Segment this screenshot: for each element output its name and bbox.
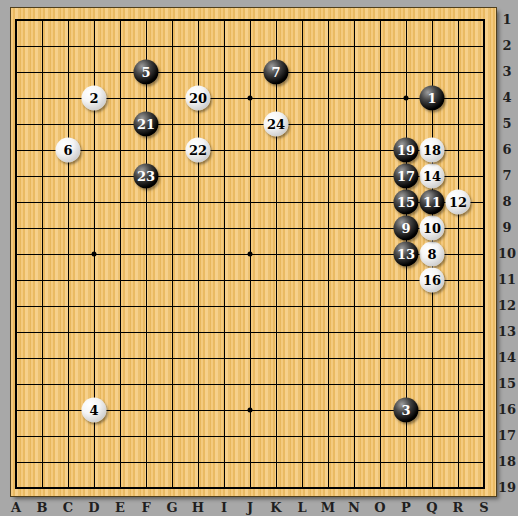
stone-white-8-q10: 8 <box>420 242 445 267</box>
stone-white-22-h6: 22 <box>186 138 211 163</box>
row-label-14: 14 <box>497 351 517 365</box>
col-label-r: R <box>448 501 468 515</box>
star-point-j10 <box>248 252 253 257</box>
col-label-n: N <box>344 501 364 515</box>
stone-black-3-p16: 3 <box>394 398 419 423</box>
row-label-7: 7 <box>497 169 517 183</box>
col-label-b: B <box>32 501 52 515</box>
row-label-13: 13 <box>497 325 517 339</box>
stone-white-14-q7: 14 <box>420 164 445 189</box>
stone-black-19-p6: 19 <box>394 138 419 163</box>
row-label-18: 18 <box>497 455 517 469</box>
col-label-m: M <box>318 501 338 515</box>
stone-white-12-r8: 12 <box>446 190 471 215</box>
col-label-i: I <box>214 501 234 515</box>
star-point-d10 <box>92 252 97 257</box>
col-label-s: S <box>474 501 494 515</box>
row-label-17: 17 <box>497 429 517 443</box>
stone-white-24-k5: 24 <box>264 112 289 137</box>
row-label-15: 15 <box>497 377 517 391</box>
go-kifu-diagram: 123456789101112131415161718192021222324 … <box>0 0 518 516</box>
col-label-k: K <box>266 501 286 515</box>
col-label-j: J <box>240 501 260 515</box>
col-label-e: E <box>110 501 130 515</box>
col-label-q: Q <box>422 501 442 515</box>
row-label-16: 16 <box>497 403 517 417</box>
stone-black-9-p9: 9 <box>394 216 419 241</box>
star-point-j4 <box>248 96 253 101</box>
stone-white-20-h4: 20 <box>186 86 211 111</box>
stone-white-6-c6: 6 <box>56 138 81 163</box>
row-label-1: 1 <box>497 13 517 27</box>
col-label-d: D <box>84 501 104 515</box>
row-label-19: 19 <box>497 481 517 495</box>
stone-white-18-q6: 18 <box>420 138 445 163</box>
col-label-p: P <box>396 501 416 515</box>
col-label-c: C <box>58 501 78 515</box>
stone-black-15-p8: 15 <box>394 190 419 215</box>
col-label-h: H <box>188 501 208 515</box>
row-label-8: 8 <box>497 195 517 209</box>
stone-black-1-q4: 1 <box>420 86 445 111</box>
row-label-10: 10 <box>497 247 517 261</box>
row-label-5: 5 <box>497 117 517 131</box>
row-label-9: 9 <box>497 221 517 235</box>
stone-black-5-f3: 5 <box>134 60 159 85</box>
stone-black-17-p7: 17 <box>394 164 419 189</box>
row-label-6: 6 <box>497 143 517 157</box>
stone-white-10-q9: 10 <box>420 216 445 241</box>
stone-white-2-d4: 2 <box>82 86 107 111</box>
stone-white-4-d16: 4 <box>82 398 107 423</box>
row-label-12: 12 <box>497 299 517 313</box>
col-label-l: L <box>292 501 312 515</box>
stone-black-21-f5: 21 <box>134 112 159 137</box>
col-label-f: F <box>136 501 156 515</box>
go-board: 123456789101112131415161718192021222324 <box>11 8 496 496</box>
col-label-a: A <box>6 501 26 515</box>
row-label-3: 3 <box>497 65 517 79</box>
row-label-11: 11 <box>497 273 517 287</box>
stone-black-13-p10: 13 <box>394 242 419 267</box>
row-label-4: 4 <box>497 91 517 105</box>
stone-black-7-k3: 7 <box>264 60 289 85</box>
row-label-2: 2 <box>497 39 517 53</box>
stone-black-11-q8: 11 <box>420 190 445 215</box>
stone-white-16-q11: 16 <box>420 268 445 293</box>
col-label-o: O <box>370 501 390 515</box>
stone-black-23-f7: 23 <box>134 164 159 189</box>
star-point-j16 <box>248 408 253 413</box>
star-point-p4 <box>404 96 409 101</box>
col-label-g: G <box>162 501 182 515</box>
